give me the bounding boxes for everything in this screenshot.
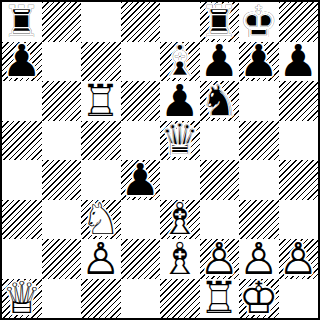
white-king-icon: ♚	[239, 279, 279, 319]
black-queen-outline-icon: ♕	[160, 121, 200, 161]
square-f8[interactable]: ♜♖	[200, 2, 240, 42]
black-pawn-icon: ♟	[279, 42, 319, 82]
square-e7[interactable]: ♝♗	[160, 42, 200, 82]
square-a6[interactable]	[2, 81, 42, 121]
square-f6[interactable]: ♞♘	[200, 81, 240, 121]
square-g7[interactable]: ♟	[239, 42, 279, 82]
white-rook-outline-icon: ♖	[81, 81, 121, 121]
chess-board: ♜♖♜♖♚♔♟♝♗♟♟♟♜♖♟♞♘♛♕♟♞♘♝♗♟♙♝♗♟♙♟♙♟♙♛♕♜♖♚♔	[0, 0, 320, 320]
square-a5[interactable]	[2, 121, 42, 161]
black-pawn-icon: ♟	[160, 81, 200, 121]
white-bishop-icon: ♝	[160, 200, 200, 240]
white-bishop-icon: ♝	[160, 239, 200, 279]
square-a4[interactable]	[2, 160, 42, 200]
square-g6[interactable]	[239, 81, 279, 121]
square-b2[interactable]	[42, 239, 82, 279]
square-h3[interactable]	[279, 200, 319, 240]
black-pawn-icon: ♟	[239, 42, 279, 82]
white-pawn-outline-icon: ♙	[279, 239, 319, 279]
square-h6[interactable]	[279, 81, 319, 121]
square-c2[interactable]: ♟♙	[81, 239, 121, 279]
square-e1[interactable]	[160, 279, 200, 319]
square-a8[interactable]: ♜♖	[2, 2, 42, 42]
white-pawn-icon: ♟	[239, 239, 279, 279]
white-bishop-outline-icon: ♗	[160, 200, 200, 240]
square-a7[interactable]: ♟	[2, 42, 42, 82]
white-queen-icon: ♛	[2, 279, 42, 319]
square-g2[interactable]: ♟♙	[239, 239, 279, 279]
square-a3[interactable]	[2, 200, 42, 240]
square-e4[interactable]	[160, 160, 200, 200]
white-rook-icon: ♜	[200, 279, 240, 319]
black-pawn-icon: ♟	[121, 160, 161, 200]
square-b7[interactable]	[42, 42, 82, 82]
square-g4[interactable]	[239, 160, 279, 200]
square-e6[interactable]: ♟	[160, 81, 200, 121]
square-b6[interactable]	[42, 81, 82, 121]
square-d8[interactable]	[121, 2, 161, 42]
square-b4[interactable]	[42, 160, 82, 200]
black-pawn-icon: ♟	[200, 42, 240, 82]
square-e3[interactable]: ♝♗	[160, 200, 200, 240]
square-a1[interactable]: ♛♕	[2, 279, 42, 319]
white-knight-icon: ♞	[81, 200, 121, 240]
white-pawn-icon: ♟	[279, 239, 319, 279]
square-h7[interactable]: ♟	[279, 42, 319, 82]
square-c3[interactable]: ♞♘	[81, 200, 121, 240]
square-c5[interactable]	[81, 121, 121, 161]
white-pawn-icon: ♟	[81, 239, 121, 279]
square-d3[interactable]	[121, 200, 161, 240]
square-d2[interactable]	[121, 239, 161, 279]
square-b5[interactable]	[42, 121, 82, 161]
white-knight-outline-icon: ♘	[81, 200, 121, 240]
square-h8[interactable]	[279, 2, 319, 42]
square-f4[interactable]	[200, 160, 240, 200]
square-f2[interactable]: ♟♙	[200, 239, 240, 279]
square-d5[interactable]	[121, 121, 161, 161]
square-c4[interactable]	[81, 160, 121, 200]
square-h4[interactable]	[279, 160, 319, 200]
square-b3[interactable]	[42, 200, 82, 240]
black-bishop-icon: ♝	[160, 42, 200, 82]
black-king-icon: ♚	[239, 2, 279, 42]
square-f3[interactable]	[200, 200, 240, 240]
square-f7[interactable]: ♟	[200, 42, 240, 82]
square-c7[interactable]	[81, 42, 121, 82]
white-queen-outline-icon: ♕	[2, 279, 42, 319]
square-c8[interactable]	[81, 2, 121, 42]
square-g3[interactable]	[239, 200, 279, 240]
square-f5[interactable]	[200, 121, 240, 161]
square-h5[interactable]	[279, 121, 319, 161]
square-h2[interactable]: ♟♙	[279, 239, 319, 279]
black-rook-icon: ♜	[2, 2, 42, 42]
square-g5[interactable]	[239, 121, 279, 161]
white-pawn-outline-icon: ♙	[81, 239, 121, 279]
square-a2[interactable]	[2, 239, 42, 279]
square-e8[interactable]	[160, 2, 200, 42]
square-c6[interactable]: ♜♖	[81, 81, 121, 121]
square-e2[interactable]: ♝♗	[160, 239, 200, 279]
square-c1[interactable]	[81, 279, 121, 319]
black-bishop-outline-icon: ♗	[160, 42, 200, 82]
black-king-outline-icon: ♔	[239, 2, 279, 42]
square-d1[interactable]	[121, 279, 161, 319]
white-bishop-outline-icon: ♗	[160, 239, 200, 279]
square-d6[interactable]	[121, 81, 161, 121]
black-rook-icon: ♜	[200, 2, 240, 42]
white-pawn-outline-icon: ♙	[200, 239, 240, 279]
square-b1[interactable]	[42, 279, 82, 319]
black-rook-outline-icon: ♖	[200, 2, 240, 42]
square-g1[interactable]: ♚♔	[239, 279, 279, 319]
square-e5[interactable]: ♛♕	[160, 121, 200, 161]
square-h1[interactable]	[279, 279, 319, 319]
square-b8[interactable]	[42, 2, 82, 42]
square-d7[interactable]	[121, 42, 161, 82]
square-f1[interactable]: ♜♖	[200, 279, 240, 319]
black-knight-outline-icon: ♘	[200, 81, 240, 121]
black-queen-icon: ♛	[160, 121, 200, 161]
square-d4[interactable]: ♟	[121, 160, 161, 200]
white-pawn-outline-icon: ♙	[239, 239, 279, 279]
white-rook-icon: ♜	[81, 81, 121, 121]
white-rook-outline-icon: ♖	[200, 279, 240, 319]
black-knight-icon: ♞	[200, 81, 240, 121]
black-rook-outline-icon: ♖	[2, 2, 42, 42]
white-king-outline-icon: ♔	[239, 279, 279, 319]
black-pawn-icon: ♟	[2, 42, 42, 82]
white-pawn-icon: ♟	[200, 239, 240, 279]
square-g8[interactable]: ♚♔	[239, 2, 279, 42]
